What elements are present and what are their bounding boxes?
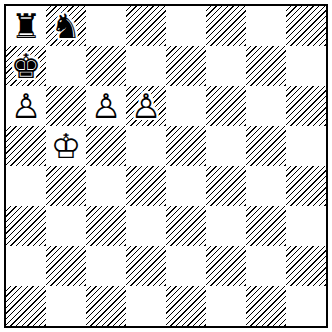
square-b5[interactable]: ♔ (46, 126, 86, 166)
square-g2[interactable] (246, 246, 286, 286)
square-a1[interactable] (6, 286, 46, 326)
square-g3[interactable] (246, 206, 286, 246)
square-d2[interactable] (126, 246, 166, 286)
square-b2[interactable] (46, 246, 86, 286)
square-f6[interactable] (206, 86, 246, 126)
square-a3[interactable] (6, 206, 46, 246)
square-h1[interactable] (286, 286, 326, 326)
square-h6[interactable] (286, 86, 326, 126)
square-f2[interactable] (206, 246, 246, 286)
square-c4[interactable] (86, 166, 126, 206)
square-a4[interactable] (6, 166, 46, 206)
square-h4[interactable] (286, 166, 326, 206)
square-e4[interactable] (166, 166, 206, 206)
piece-white-king: ♔ (51, 129, 81, 163)
piece-white-pawn: ♙ (131, 89, 161, 123)
square-c2[interactable] (86, 246, 126, 286)
square-h2[interactable] (286, 246, 326, 286)
piece-white-pawn: ♙ (11, 89, 41, 123)
square-b7[interactable] (46, 46, 86, 86)
square-c8[interactable] (86, 6, 126, 46)
piece-black-rook: ♜ (11, 9, 41, 43)
square-a2[interactable] (6, 246, 46, 286)
square-d6[interactable]: ♟♙ (126, 86, 166, 126)
square-a5[interactable] (6, 126, 46, 166)
square-c3[interactable] (86, 206, 126, 246)
square-e3[interactable] (166, 206, 206, 246)
square-g1[interactable] (246, 286, 286, 326)
square-c6[interactable]: ♙ (86, 86, 126, 126)
square-e1[interactable] (166, 286, 206, 326)
piece-black-king: ♚ (11, 49, 41, 83)
square-f4[interactable] (206, 166, 246, 206)
square-h5[interactable] (286, 126, 326, 166)
square-g7[interactable] (246, 46, 286, 86)
square-b1[interactable] (46, 286, 86, 326)
square-f5[interactable] (206, 126, 246, 166)
square-a7[interactable]: ♚ (6, 46, 46, 86)
square-d4[interactable] (126, 166, 166, 206)
piece-black-knight: ♞ (51, 9, 81, 43)
square-f3[interactable] (206, 206, 246, 246)
square-g4[interactable] (246, 166, 286, 206)
square-c1[interactable] (86, 286, 126, 326)
square-b8[interactable]: ♞ (46, 6, 86, 46)
square-h3[interactable] (286, 206, 326, 246)
square-d8[interactable] (126, 6, 166, 46)
chess-board: ♜♞♚♙♙♟♙♔ (4, 4, 328, 328)
square-e8[interactable] (166, 6, 206, 46)
square-h7[interactable] (286, 46, 326, 86)
square-h8[interactable] (286, 6, 326, 46)
square-d7[interactable] (126, 46, 166, 86)
piece-white-pawn: ♙ (91, 89, 121, 123)
square-d1[interactable] (126, 286, 166, 326)
square-a6[interactable]: ♙ (6, 86, 46, 126)
square-d3[interactable] (126, 206, 166, 246)
square-e6[interactable] (166, 86, 206, 126)
square-f7[interactable] (206, 46, 246, 86)
square-g5[interactable] (246, 126, 286, 166)
square-g6[interactable] (246, 86, 286, 126)
square-b4[interactable] (46, 166, 86, 206)
diagram-frame: ♜♞♚♙♙♟♙♔ (0, 0, 332, 332)
square-e5[interactable] (166, 126, 206, 166)
square-c7[interactable] (86, 46, 126, 86)
square-b3[interactable] (46, 206, 86, 246)
square-e7[interactable] (166, 46, 206, 86)
square-d5[interactable] (126, 126, 166, 166)
square-b6[interactable] (46, 86, 86, 126)
square-e2[interactable] (166, 246, 206, 286)
square-c5[interactable] (86, 126, 126, 166)
square-f8[interactable] (206, 6, 246, 46)
square-g8[interactable] (246, 6, 286, 46)
square-f1[interactable] (206, 286, 246, 326)
square-a8[interactable]: ♜ (6, 6, 46, 46)
